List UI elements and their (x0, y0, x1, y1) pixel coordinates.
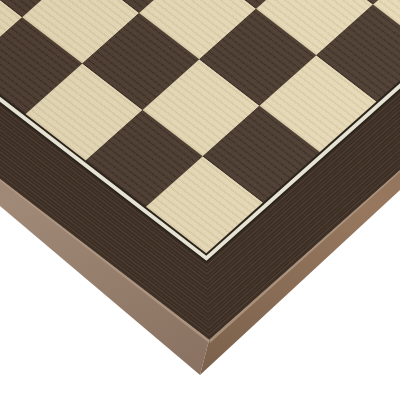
chessboard[interactable] (0, 0, 400, 340)
chessboard-product-photo (0, 0, 400, 400)
